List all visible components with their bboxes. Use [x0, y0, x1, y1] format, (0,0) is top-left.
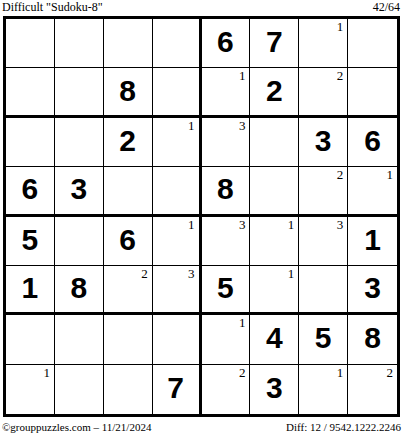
pencil-mark: 3 — [239, 218, 246, 231]
pencil-mark: 1 — [188, 218, 195, 231]
pencil-mark: 2 — [239, 366, 246, 379]
cell-r5c2[interactable] — [55, 217, 104, 266]
given-digit: 8 — [119, 76, 136, 106]
cell-r3c2[interactable] — [55, 118, 104, 167]
cell-r2c4[interactable] — [153, 68, 202, 117]
cell-r1c2[interactable] — [55, 19, 104, 68]
cell-r8c3[interactable] — [104, 365, 153, 414]
puzzle-title: Difficult "Sudoku-8" — [2, 0, 103, 14]
given-digit: 8 — [364, 323, 381, 353]
cell-r2c8[interactable] — [348, 68, 397, 117]
given-digit: 4 — [266, 323, 283, 353]
cell-r4c7[interactable]: 2 — [299, 167, 348, 216]
pencil-mark: 2 — [387, 366, 394, 379]
pencil-mark: 3 — [188, 267, 195, 280]
cell-r1c4[interactable] — [153, 19, 202, 68]
cell-r1c6[interactable]: 7 — [250, 19, 299, 68]
pencil-mark: 2 — [337, 168, 344, 181]
cell-r6c3[interactable]: 2 — [104, 266, 153, 315]
given-digit: 3 — [266, 373, 283, 403]
cell-r4c6[interactable] — [250, 167, 299, 216]
given-digit: 3 — [364, 273, 381, 303]
pencil-mark: 1 — [239, 316, 246, 329]
cell-r4c3[interactable] — [104, 167, 153, 216]
cell-r4c8[interactable]: 1 — [348, 167, 397, 216]
puzzle-page: Difficult "Sudoku-8" 42/64 6718122213366… — [0, 0, 403, 437]
cell-r2c6[interactable]: 2 — [250, 68, 299, 117]
cell-r5c3[interactable]: 6 — [104, 217, 153, 266]
given-digit: 8 — [217, 174, 234, 204]
pencil-mark: 1 — [337, 20, 344, 33]
cell-r5c5[interactable]: 3 — [202, 217, 251, 266]
cell-r8c5[interactable]: 2 — [202, 365, 251, 414]
cell-r7c6[interactable]: 4 — [250, 315, 299, 364]
pencil-mark: 1 — [288, 267, 295, 280]
cell-r8c7[interactable]: 1 — [299, 365, 348, 414]
given-digit: 8 — [70, 273, 87, 303]
given-digit: 3 — [315, 126, 332, 156]
cell-r6c1[interactable]: 1 — [6, 266, 55, 315]
cell-r8c6[interactable]: 3 — [250, 365, 299, 414]
cell-r2c1[interactable] — [6, 68, 55, 117]
cell-r6c5[interactable]: 5 — [202, 266, 251, 315]
given-digit: 2 — [266, 76, 283, 106]
cell-r1c8[interactable] — [348, 19, 397, 68]
cell-r5c8[interactable]: 1 — [348, 217, 397, 266]
cell-r2c7[interactable]: 2 — [299, 68, 348, 117]
difficulty-text: Diff: 12 / 9542.1222.2246 — [286, 420, 401, 434]
cell-r2c2[interactable] — [55, 68, 104, 117]
cell-r7c1[interactable] — [6, 315, 55, 364]
cell-r3c7[interactable]: 3 — [299, 118, 348, 167]
given-digit: 6 — [22, 174, 39, 204]
pencil-mark: 2 — [337, 69, 344, 82]
cell-r6c8[interactable]: 3 — [348, 266, 397, 315]
cell-r5c1[interactable]: 5 — [6, 217, 55, 266]
cell-r2c3[interactable]: 8 — [104, 68, 153, 117]
cell-r1c1[interactable] — [6, 19, 55, 68]
cell-r1c7[interactable]: 1 — [299, 19, 348, 68]
cell-r6c7[interactable] — [299, 266, 348, 315]
pencil-mark: 3 — [239, 119, 246, 132]
cell-r8c2[interactable] — [55, 365, 104, 414]
cell-r2c5[interactable]: 1 — [202, 68, 251, 117]
given-digit: 5 — [22, 225, 39, 255]
cell-r3c8[interactable]: 6 — [348, 118, 397, 167]
cell-r7c5[interactable]: 1 — [202, 315, 251, 364]
cell-r4c5[interactable]: 8 — [202, 167, 251, 216]
given-digit: 1 — [22, 273, 39, 303]
given-digit: 5 — [217, 273, 234, 303]
cell-r4c2[interactable]: 3 — [55, 167, 104, 216]
copyright-text: ©grouppuzzles.com – 11/21/2024 — [2, 420, 151, 434]
cell-r3c1[interactable] — [6, 118, 55, 167]
cell-r6c4[interactable]: 3 — [153, 266, 202, 315]
cell-r4c4[interactable] — [153, 167, 202, 216]
given-digit: 2 — [119, 126, 136, 156]
pencil-mark: 1 — [288, 218, 295, 231]
pencil-mark: 1 — [337, 366, 344, 379]
puzzle-counter: 42/64 — [373, 0, 400, 14]
cell-r3c4[interactable]: 1 — [153, 118, 202, 167]
cell-r8c1[interactable]: 1 — [6, 365, 55, 414]
cell-r8c4[interactable]: 7 — [153, 365, 202, 414]
cell-r4c1[interactable]: 6 — [6, 167, 55, 216]
cell-r7c3[interactable] — [104, 315, 153, 364]
sudoku-board: 6718122213366382156131311823513145817231… — [3, 16, 400, 417]
given-digit: 6 — [364, 126, 381, 156]
cell-r6c6[interactable]: 1 — [250, 266, 299, 315]
cell-r7c4[interactable] — [153, 315, 202, 364]
pencil-mark: 1 — [239, 69, 246, 82]
cell-r5c6[interactable]: 1 — [250, 217, 299, 266]
given-digit: 3 — [70, 174, 87, 204]
pencil-mark: 1 — [387, 168, 394, 181]
pencil-mark: 1 — [43, 366, 50, 379]
given-digit: 7 — [167, 373, 184, 403]
given-digit: 6 — [217, 27, 234, 57]
cell-r1c5[interactable]: 6 — [202, 19, 251, 68]
pencil-mark: 2 — [141, 267, 148, 280]
cell-r7c7[interactable]: 5 — [299, 315, 348, 364]
given-digit: 5 — [315, 323, 332, 353]
cell-r6c2[interactable]: 8 — [55, 266, 104, 315]
cell-r1c3[interactable] — [104, 19, 153, 68]
cell-r5c4[interactable]: 1 — [153, 217, 202, 266]
given-digit: 1 — [364, 225, 381, 255]
given-digit: 7 — [266, 27, 283, 57]
cell-r5c7[interactable]: 3 — [299, 217, 348, 266]
pencil-mark: 1 — [188, 119, 195, 132]
cell-r7c2[interactable] — [55, 315, 104, 364]
cell-r3c5[interactable]: 3 — [202, 118, 251, 167]
cell-r8c8[interactable]: 2 — [348, 365, 397, 414]
cell-r3c3[interactable]: 2 — [104, 118, 153, 167]
cell-r7c8[interactable]: 8 — [348, 315, 397, 364]
cell-r3c6[interactable] — [250, 118, 299, 167]
given-digit: 6 — [119, 225, 136, 255]
pencil-mark: 3 — [337, 218, 344, 231]
